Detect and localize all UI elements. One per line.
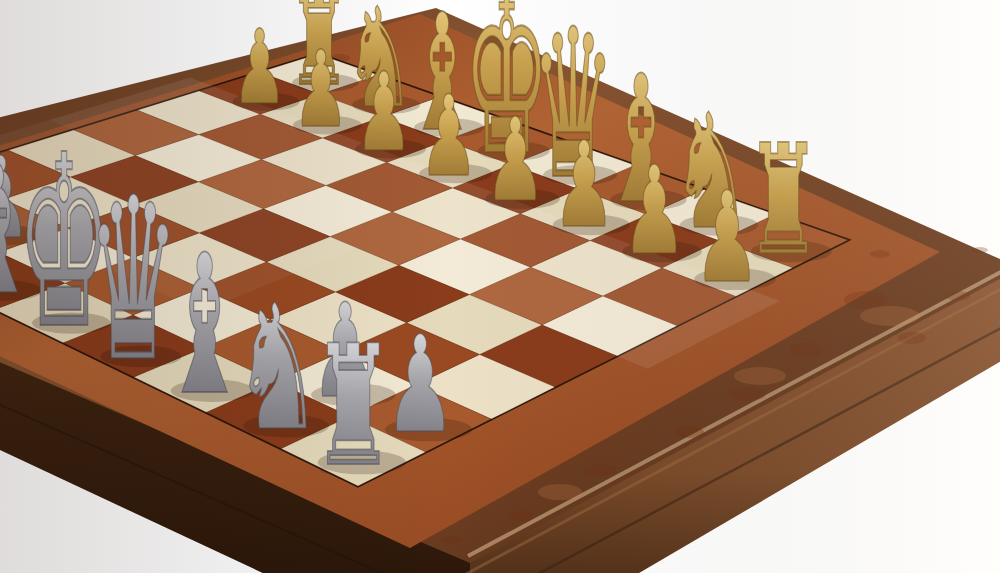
- burl-figure: [860, 306, 920, 326]
- burl-knot: [730, 387, 766, 401]
- burl-knot: [870, 250, 890, 258]
- gold-pawn-glyph: ♟: [293, 28, 349, 151]
- burl-knot: [844, 291, 888, 309]
- burl-figure: [734, 367, 786, 385]
- gold-pawn-glyph: ♟: [485, 93, 546, 227]
- silver-rook-glyph: ♜: [312, 309, 394, 503]
- burl-knot: [790, 343, 822, 357]
- chess-product-photo: ♜♟♞♟♝♟♚♟♛♟♝♟♞♟♜♟♟♝♚♛♝♟♞♟♜: [0, 0, 1000, 573]
- burl-knot: [972, 247, 988, 253]
- gold-pawn-glyph: ♟: [355, 49, 413, 176]
- burl-knot: [442, 536, 462, 544]
- gold-pawn-glyph: ♟: [552, 117, 615, 254]
- burl-figure: [538, 484, 582, 500]
- burl-knot: [508, 511, 532, 521]
- piece-black-rook-a8: ♜: [312, 309, 406, 503]
- scene-svg: ♜♟♞♟♝♟♚♟♛♟♝♟♞♟♜♟♟♝♚♛♝♟♞♟♜: [0, 0, 1000, 573]
- gold-pawn-glyph: ♟: [622, 140, 687, 282]
- burl-knot: [946, 291, 970, 301]
- burl-knot: [676, 426, 704, 438]
- burl-knot: [584, 464, 616, 476]
- gold-pawn-glyph: ♟: [419, 71, 478, 201]
- gold-pawn-glyph: ♟: [232, 8, 287, 127]
- silver-knight-glyph: ♞: [233, 267, 322, 468]
- gold-pawn-glyph: ♟: [694, 164, 761, 310]
- silver-pawn-glyph: ♟: [385, 307, 456, 463]
- burl-knot: [898, 332, 926, 344]
